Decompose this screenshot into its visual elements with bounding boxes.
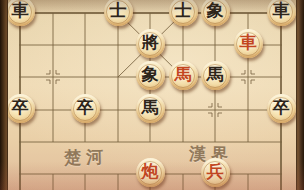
piece-black-chariot-right[interactable]: 車 xyxy=(267,0,296,26)
piece-glyph: 車 xyxy=(12,2,29,19)
piece-black-advisor-left[interactable]: 士 xyxy=(104,0,133,26)
piece-black-general[interactable]: 將 xyxy=(136,29,165,58)
piece-glyph: 車 xyxy=(240,34,257,51)
piece-glyph: 馬 xyxy=(207,66,224,83)
piece-red-chariot[interactable]: 車 xyxy=(234,29,263,58)
piece-red-soldier[interactable]: 兵 xyxy=(201,158,230,187)
piece-black-elephant-left[interactable]: 象 xyxy=(136,61,165,90)
xiangqi-board[interactable]: 楚河 漢界 車 士 士 象 車 將 車 象 馬 馬 卒 卒 馬 卒 炮 兵 xyxy=(0,0,304,190)
piece-glyph: 炮 xyxy=(142,163,159,180)
piece-black-horse-right[interactable]: 馬 xyxy=(201,61,230,90)
piece-glyph: 車 xyxy=(273,2,290,19)
piece-red-cannon[interactable]: 炮 xyxy=(136,158,165,187)
piece-glyph: 士 xyxy=(175,2,192,19)
piece-black-soldier-i[interactable]: 卒 xyxy=(267,94,296,123)
piece-red-horse[interactable]: 馬 xyxy=(169,61,198,90)
piece-glyph: 卒 xyxy=(273,99,290,116)
piece-black-elephant-right[interactable]: 象 xyxy=(201,0,230,26)
piece-glyph: 兵 xyxy=(207,163,224,180)
piece-glyph: 馬 xyxy=(142,99,159,116)
piece-glyph: 馬 xyxy=(175,66,192,83)
piece-black-horse-center[interactable]: 馬 xyxy=(136,94,165,123)
piece-black-soldier-c[interactable]: 卒 xyxy=(71,94,100,123)
piece-black-advisor-right[interactable]: 士 xyxy=(169,0,198,26)
piece-glyph: 卒 xyxy=(77,99,94,116)
river-label-chuhe: 楚河 xyxy=(64,145,109,169)
piece-black-chariot-left[interactable]: 車 xyxy=(6,0,35,26)
piece-glyph: 士 xyxy=(110,2,127,19)
board-frame-right xyxy=(296,0,304,190)
piece-glyph: 將 xyxy=(142,34,159,51)
piece-black-soldier-a[interactable]: 卒 xyxy=(6,94,35,123)
board-frame-left xyxy=(0,0,8,190)
piece-glyph: 卒 xyxy=(12,99,29,116)
piece-glyph: 象 xyxy=(207,2,224,19)
piece-glyph: 象 xyxy=(142,66,159,83)
